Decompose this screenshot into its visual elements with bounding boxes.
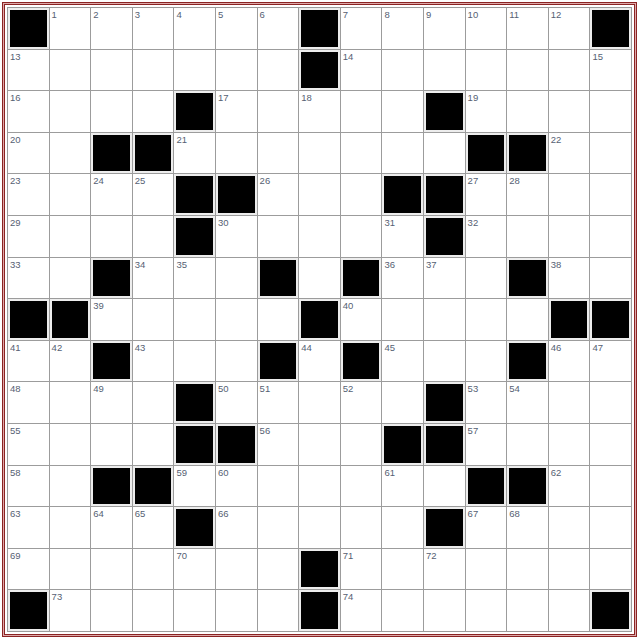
cell-r11c1[interactable]: 55 xyxy=(8,424,49,465)
cell-r12c9[interactable] xyxy=(341,466,382,507)
cell-r4c6[interactable] xyxy=(216,133,257,174)
cell-r6c7[interactable] xyxy=(258,216,299,257)
cell-r11c3[interactable] xyxy=(91,424,132,465)
cell-r1c4[interactable]: 3 xyxy=(133,8,174,49)
cell-r2c13[interactable] xyxy=(507,50,548,91)
cell-r15c3[interactable] xyxy=(91,590,132,631)
black-cell-r12c13 xyxy=(507,466,548,507)
clue-number-34: 34 xyxy=(135,259,146,270)
black-cell-r5c5 xyxy=(174,174,215,215)
cell-r3c8[interactable]: 18 xyxy=(299,91,340,132)
cell-r3c9[interactable] xyxy=(341,91,382,132)
cell-r10c4[interactable] xyxy=(133,382,174,423)
cell-r13c9[interactable] xyxy=(341,507,382,548)
cell-r6c4[interactable] xyxy=(133,216,174,257)
cell-r6c13[interactable] xyxy=(507,216,548,257)
clue-number-68: 68 xyxy=(509,508,520,519)
cell-r2c6[interactable] xyxy=(216,50,257,91)
clue-number-71: 71 xyxy=(343,550,354,561)
cell-r13c7[interactable] xyxy=(258,507,299,548)
clue-number-60: 60 xyxy=(218,467,229,478)
cell-r15c13[interactable] xyxy=(507,590,548,631)
clue-number-22: 22 xyxy=(551,134,562,145)
black-cell-r1c8 xyxy=(299,8,340,49)
cell-r3c12[interactable]: 19 xyxy=(466,91,507,132)
clue-number-4: 4 xyxy=(176,9,181,20)
cell-r10c12[interactable]: 53 xyxy=(466,382,507,423)
cell-r2c2[interactable] xyxy=(50,50,91,91)
clue-number-6: 6 xyxy=(260,9,265,20)
black-cell-r1c1 xyxy=(8,8,49,49)
cell-r14c4[interactable] xyxy=(133,549,174,590)
clue-number-24: 24 xyxy=(93,175,104,186)
cell-r6c2[interactable] xyxy=(50,216,91,257)
clue-number-2: 2 xyxy=(93,9,98,20)
cell-r13c8[interactable] xyxy=(299,507,340,548)
clue-number-56: 56 xyxy=(260,425,271,436)
cell-r10c8[interactable] xyxy=(299,382,340,423)
cell-r9c4[interactable]: 43 xyxy=(133,341,174,382)
clue-number-73: 73 xyxy=(52,591,63,602)
clue-number-46: 46 xyxy=(551,342,562,353)
cell-r4c10[interactable] xyxy=(382,133,423,174)
cell-r14c6[interactable] xyxy=(216,549,257,590)
clue-number-52: 52 xyxy=(343,383,354,394)
cell-r3c14[interactable] xyxy=(549,91,590,132)
cell-r6c3[interactable] xyxy=(91,216,132,257)
clue-number-9: 9 xyxy=(426,9,431,20)
cell-r6c6[interactable]: 30 xyxy=(216,216,257,257)
cell-r12c5[interactable]: 59 xyxy=(174,466,215,507)
cell-r7c10[interactable]: 36 xyxy=(382,258,423,299)
cell-r7c5[interactable]: 35 xyxy=(174,258,215,299)
black-cell-r9c3 xyxy=(91,341,132,382)
clue-number-28: 28 xyxy=(509,175,520,186)
cell-r14c15[interactable] xyxy=(590,549,631,590)
black-cell-r5c10 xyxy=(382,174,423,215)
clue-number-45: 45 xyxy=(384,342,395,353)
clue-number-48: 48 xyxy=(10,383,21,394)
cell-r11c13[interactable] xyxy=(507,424,548,465)
puzzle-frame: 1234567891011121314151617181920212223242… xyxy=(2,2,637,637)
clue-number-29: 29 xyxy=(10,217,21,228)
cell-r5c4[interactable]: 25 xyxy=(133,174,174,215)
cell-r3c10[interactable] xyxy=(382,91,423,132)
clue-number-19: 19 xyxy=(468,92,479,103)
cell-r11c2[interactable] xyxy=(50,424,91,465)
black-cell-r12c3 xyxy=(91,466,132,507)
black-cell-r3c5 xyxy=(174,91,215,132)
cell-r3c7[interactable] xyxy=(258,91,299,132)
cell-r5c2[interactable] xyxy=(50,174,91,215)
cell-r8c3[interactable]: 39 xyxy=(91,299,132,340)
cell-r12c14[interactable]: 62 xyxy=(549,466,590,507)
clue-number-18: 18 xyxy=(301,92,312,103)
cell-r2c14[interactable] xyxy=(549,50,590,91)
cell-r1c14[interactable]: 12 xyxy=(549,8,590,49)
cell-r14c11[interactable]: 72 xyxy=(424,549,465,590)
cell-r1c5[interactable]: 4 xyxy=(174,8,215,49)
cell-r4c11[interactable] xyxy=(424,133,465,174)
clue-number-21: 21 xyxy=(176,134,187,145)
black-cell-r7c9 xyxy=(341,258,382,299)
cell-r7c6[interactable] xyxy=(216,258,257,299)
black-cell-r4c4 xyxy=(133,133,174,174)
black-cell-r11c6 xyxy=(216,424,257,465)
clue-number-67: 67 xyxy=(468,508,479,519)
cell-r9c11[interactable] xyxy=(424,341,465,382)
puzzle-frame-inner: 1234567891011121314151617181920212223242… xyxy=(4,4,635,635)
cell-r15c7[interactable] xyxy=(258,590,299,631)
black-cell-r13c11 xyxy=(424,507,465,548)
clue-number-74: 74 xyxy=(343,591,354,602)
black-cell-r4c3 xyxy=(91,133,132,174)
cell-r2c5[interactable] xyxy=(174,50,215,91)
clue-number-59: 59 xyxy=(176,467,187,478)
cell-r8c4[interactable] xyxy=(133,299,174,340)
cell-r10c6[interactable]: 50 xyxy=(216,382,257,423)
black-cell-r13c5 xyxy=(174,507,215,548)
cell-r6c12[interactable]: 32 xyxy=(466,216,507,257)
cell-r15c14[interactable] xyxy=(549,590,590,631)
cell-r8c11[interactable] xyxy=(424,299,465,340)
clue-number-51: 51 xyxy=(260,383,271,394)
cell-r12c11[interactable] xyxy=(424,466,465,507)
cell-r2c10[interactable] xyxy=(382,50,423,91)
clue-number-62: 62 xyxy=(551,467,562,478)
cell-r13c1[interactable]: 63 xyxy=(8,507,49,548)
cell-r15c12[interactable] xyxy=(466,590,507,631)
cell-r7c11[interactable]: 37 xyxy=(424,258,465,299)
cell-r14c7[interactable] xyxy=(258,549,299,590)
cell-r15c4[interactable] xyxy=(133,590,174,631)
cell-r3c13[interactable] xyxy=(507,91,548,132)
cell-r10c13[interactable]: 54 xyxy=(507,382,548,423)
clue-number-54: 54 xyxy=(509,383,520,394)
cell-r11c7[interactable]: 56 xyxy=(258,424,299,465)
clue-number-50: 50 xyxy=(218,383,229,394)
cell-r13c2[interactable] xyxy=(50,507,91,548)
clue-number-32: 32 xyxy=(468,217,479,228)
cell-r1c7[interactable]: 6 xyxy=(258,8,299,49)
cell-r13c14[interactable] xyxy=(549,507,590,548)
cell-r5c14[interactable] xyxy=(549,174,590,215)
cell-r4c5[interactable]: 21 xyxy=(174,133,215,174)
clue-number-42: 42 xyxy=(52,342,63,353)
cell-r14c5[interactable]: 70 xyxy=(174,549,215,590)
cell-r3c6[interactable]: 17 xyxy=(216,91,257,132)
clue-number-64: 64 xyxy=(93,508,104,519)
cell-r4c2[interactable] xyxy=(50,133,91,174)
black-cell-r11c11 xyxy=(424,424,465,465)
black-cell-r6c5 xyxy=(174,216,215,257)
black-cell-r7c3 xyxy=(91,258,132,299)
black-cell-r8c14 xyxy=(549,299,590,340)
clue-number-20: 20 xyxy=(10,134,21,145)
clue-number-70: 70 xyxy=(176,550,187,561)
clue-number-3: 3 xyxy=(135,9,140,20)
cell-r11c8[interactable] xyxy=(299,424,340,465)
clue-number-23: 23 xyxy=(10,175,21,186)
cell-r13c3[interactable]: 64 xyxy=(91,507,132,548)
cell-r13c15[interactable] xyxy=(590,507,631,548)
cell-r2c4[interactable] xyxy=(133,50,174,91)
black-cell-r4c12 xyxy=(466,133,507,174)
cell-r6c15[interactable] xyxy=(590,216,631,257)
clue-number-39: 39 xyxy=(93,300,104,311)
cell-r5c13[interactable]: 28 xyxy=(507,174,548,215)
cell-r5c12[interactable]: 27 xyxy=(466,174,507,215)
cell-r1c12[interactable]: 10 xyxy=(466,8,507,49)
cell-r3c2[interactable] xyxy=(50,91,91,132)
clue-number-72: 72 xyxy=(426,550,437,561)
black-cell-r15c8 xyxy=(299,590,340,631)
clue-number-41: 41 xyxy=(10,342,21,353)
cell-r10c1[interactable]: 48 xyxy=(8,382,49,423)
clue-number-49: 49 xyxy=(93,383,104,394)
black-cell-r11c5 xyxy=(174,424,215,465)
cell-r7c15[interactable] xyxy=(590,258,631,299)
cell-r5c7[interactable]: 26 xyxy=(258,174,299,215)
clue-number-5: 5 xyxy=(218,9,223,20)
clue-number-47: 47 xyxy=(592,342,603,353)
cell-r9c12[interactable] xyxy=(466,341,507,382)
cell-r10c7[interactable]: 51 xyxy=(258,382,299,423)
cell-r7c8[interactable] xyxy=(299,258,340,299)
cell-r2c9[interactable]: 14 xyxy=(341,50,382,91)
black-cell-r10c5 xyxy=(174,382,215,423)
cell-r2c7[interactable] xyxy=(258,50,299,91)
cell-r2c11[interactable] xyxy=(424,50,465,91)
cell-r11c15[interactable] xyxy=(590,424,631,465)
cell-r13c10[interactable] xyxy=(382,507,423,548)
cell-r15c2[interactable]: 73 xyxy=(50,590,91,631)
clue-number-15: 15 xyxy=(592,51,603,62)
black-cell-r8c1 xyxy=(8,299,49,340)
cell-r9c5[interactable] xyxy=(174,341,215,382)
cell-r1c10[interactable]: 8 xyxy=(382,8,423,49)
cell-r15c10[interactable] xyxy=(382,590,423,631)
cell-r14c13[interactable] xyxy=(507,549,548,590)
black-cell-r9c9 xyxy=(341,341,382,382)
cell-r9c14[interactable]: 46 xyxy=(549,341,590,382)
cell-r1c11[interactable]: 9 xyxy=(424,8,465,49)
clue-number-26: 26 xyxy=(260,175,271,186)
cell-r13c12[interactable]: 67 xyxy=(466,507,507,548)
cell-r7c2[interactable] xyxy=(50,258,91,299)
black-cell-r4c13 xyxy=(507,133,548,174)
clue-number-57: 57 xyxy=(468,425,479,436)
cell-r10c3[interactable]: 49 xyxy=(91,382,132,423)
cell-r14c9[interactable]: 71 xyxy=(341,549,382,590)
cell-r8c6[interactable] xyxy=(216,299,257,340)
cell-r1c3[interactable]: 2 xyxy=(91,8,132,49)
clue-number-40: 40 xyxy=(343,300,354,311)
cell-r4c15[interactable] xyxy=(590,133,631,174)
cell-r14c12[interactable] xyxy=(466,549,507,590)
clue-number-13: 13 xyxy=(10,51,21,62)
cell-r1c13[interactable]: 11 xyxy=(507,8,548,49)
black-cell-r15c1 xyxy=(8,590,49,631)
black-cell-r9c7 xyxy=(258,341,299,382)
cell-r14c1[interactable]: 69 xyxy=(8,549,49,590)
cell-r6c1[interactable]: 29 xyxy=(8,216,49,257)
clue-number-11: 11 xyxy=(509,9,519,20)
clue-number-66: 66 xyxy=(218,508,229,519)
cell-r2c3[interactable] xyxy=(91,50,132,91)
cell-r3c1[interactable]: 16 xyxy=(8,91,49,132)
cell-r15c9[interactable]: 74 xyxy=(341,590,382,631)
cell-r3c4[interactable] xyxy=(133,91,174,132)
cell-r13c13[interactable]: 68 xyxy=(507,507,548,548)
clue-number-27: 27 xyxy=(468,175,479,186)
cell-r2c1[interactable]: 13 xyxy=(8,50,49,91)
cell-r12c6[interactable]: 60 xyxy=(216,466,257,507)
cell-r9c15[interactable]: 47 xyxy=(590,341,631,382)
cell-r14c14[interactable] xyxy=(549,549,590,590)
cell-r7c14[interactable]: 38 xyxy=(549,258,590,299)
cell-r14c2[interactable] xyxy=(50,549,91,590)
cell-r10c2[interactable] xyxy=(50,382,91,423)
cell-r5c1[interactable]: 23 xyxy=(8,174,49,215)
cell-r13c6[interactable]: 66 xyxy=(216,507,257,548)
cell-r5c8[interactable] xyxy=(299,174,340,215)
clue-number-36: 36 xyxy=(384,259,395,270)
cell-r13c4[interactable]: 65 xyxy=(133,507,174,548)
black-cell-r15c15 xyxy=(590,590,631,631)
black-cell-r14c8 xyxy=(299,549,340,590)
cell-r10c14[interactable] xyxy=(549,382,590,423)
clue-number-14: 14 xyxy=(343,51,354,62)
clue-number-33: 33 xyxy=(10,259,21,270)
clue-number-7: 7 xyxy=(343,9,348,20)
cell-r5c3[interactable]: 24 xyxy=(91,174,132,215)
clue-number-44: 44 xyxy=(301,342,312,353)
clue-number-55: 55 xyxy=(10,425,21,436)
cell-r9c10[interactable]: 45 xyxy=(382,341,423,382)
black-cell-r6c11 xyxy=(424,216,465,257)
black-cell-r9c13 xyxy=(507,341,548,382)
cell-r8c9[interactable]: 40 xyxy=(341,299,382,340)
cell-r4c8[interactable] xyxy=(299,133,340,174)
black-cell-r10c11 xyxy=(424,382,465,423)
clue-number-8: 8 xyxy=(384,9,389,20)
cell-r1c6[interactable]: 5 xyxy=(216,8,257,49)
cell-r6c14[interactable] xyxy=(549,216,590,257)
cell-r9c1[interactable]: 41 xyxy=(8,341,49,382)
cell-r15c5[interactable] xyxy=(174,590,215,631)
black-cell-r8c8 xyxy=(299,299,340,340)
clue-number-35: 35 xyxy=(176,259,187,270)
clue-number-17: 17 xyxy=(218,92,229,103)
cell-r8c13[interactable] xyxy=(507,299,548,340)
cell-r4c14[interactable]: 22 xyxy=(549,133,590,174)
cell-r1c9[interactable]: 7 xyxy=(341,8,382,49)
black-cell-r7c7 xyxy=(258,258,299,299)
cell-r7c4[interactable]: 34 xyxy=(133,258,174,299)
cell-r11c4[interactable] xyxy=(133,424,174,465)
cell-r8c7[interactable] xyxy=(258,299,299,340)
cell-r5c15[interactable] xyxy=(590,174,631,215)
cell-r12c1[interactable]: 58 xyxy=(8,466,49,507)
cell-r9c8[interactable]: 44 xyxy=(299,341,340,382)
cell-r3c3[interactable] xyxy=(91,91,132,132)
cell-r4c9[interactable] xyxy=(341,133,382,174)
clue-number-37: 37 xyxy=(426,259,437,270)
clue-number-65: 65 xyxy=(135,508,146,519)
cell-r7c1[interactable]: 33 xyxy=(8,258,49,299)
clue-number-61: 61 xyxy=(384,467,395,478)
clue-number-16: 16 xyxy=(10,92,21,103)
clue-number-63: 63 xyxy=(10,508,21,519)
clue-number-43: 43 xyxy=(135,342,146,353)
cell-r11c12[interactable]: 57 xyxy=(466,424,507,465)
clue-number-31: 31 xyxy=(384,217,395,228)
cell-r10c15[interactable] xyxy=(590,382,631,423)
cell-r4c7[interactable] xyxy=(258,133,299,174)
clue-number-1: 1 xyxy=(52,9,57,20)
cell-r15c11[interactable] xyxy=(424,590,465,631)
cell-r5c9[interactable] xyxy=(341,174,382,215)
cell-r15c6[interactable] xyxy=(216,590,257,631)
cell-r12c7[interactable] xyxy=(258,466,299,507)
black-cell-r1c15 xyxy=(590,8,631,49)
cell-r10c10[interactable] xyxy=(382,382,423,423)
cell-r11c9[interactable] xyxy=(341,424,382,465)
crossword-grid: 1234567891011121314151617181920212223242… xyxy=(7,7,632,632)
black-cell-r7c13 xyxy=(507,258,548,299)
clue-number-25: 25 xyxy=(135,175,146,186)
cell-r9c2[interactable]: 42 xyxy=(50,341,91,382)
cell-r12c15[interactable] xyxy=(590,466,631,507)
cell-r2c15[interactable]: 15 xyxy=(590,50,631,91)
cell-r8c5[interactable] xyxy=(174,299,215,340)
black-cell-r11c10 xyxy=(382,424,423,465)
cell-r3c15[interactable] xyxy=(590,91,631,132)
cell-r10c9[interactable]: 52 xyxy=(341,382,382,423)
cell-r2c12[interactable] xyxy=(466,50,507,91)
cell-r8c10[interactable] xyxy=(382,299,423,340)
cell-r6c10[interactable]: 31 xyxy=(382,216,423,257)
black-cell-r12c12 xyxy=(466,466,507,507)
cell-r9c6[interactable] xyxy=(216,341,257,382)
clue-number-69: 69 xyxy=(10,550,21,561)
clue-number-58: 58 xyxy=(10,467,21,478)
cell-r11c14[interactable] xyxy=(549,424,590,465)
black-cell-r3c11 xyxy=(424,91,465,132)
cell-r6c9[interactable] xyxy=(341,216,382,257)
clue-number-30: 30 xyxy=(218,217,229,228)
cell-r12c8[interactable] xyxy=(299,466,340,507)
black-cell-r5c6 xyxy=(216,174,257,215)
cell-r14c10[interactable] xyxy=(382,549,423,590)
cell-r12c2[interactable] xyxy=(50,466,91,507)
cell-r4c1[interactable]: 20 xyxy=(8,133,49,174)
black-cell-r12c4 xyxy=(133,466,174,507)
black-cell-r2c8 xyxy=(299,50,340,91)
black-cell-r8c15 xyxy=(590,299,631,340)
cell-r6c8[interactable] xyxy=(299,216,340,257)
cell-r1c2[interactable]: 1 xyxy=(50,8,91,49)
black-cell-r5c11 xyxy=(424,174,465,215)
cell-r14c3[interactable] xyxy=(91,549,132,590)
black-cell-r8c2 xyxy=(50,299,91,340)
clue-number-10: 10 xyxy=(468,9,479,20)
cell-r7c12[interactable] xyxy=(466,258,507,299)
cell-r12c10[interactable]: 61 xyxy=(382,466,423,507)
clue-number-38: 38 xyxy=(551,259,562,270)
cell-r8c12[interactable] xyxy=(466,299,507,340)
